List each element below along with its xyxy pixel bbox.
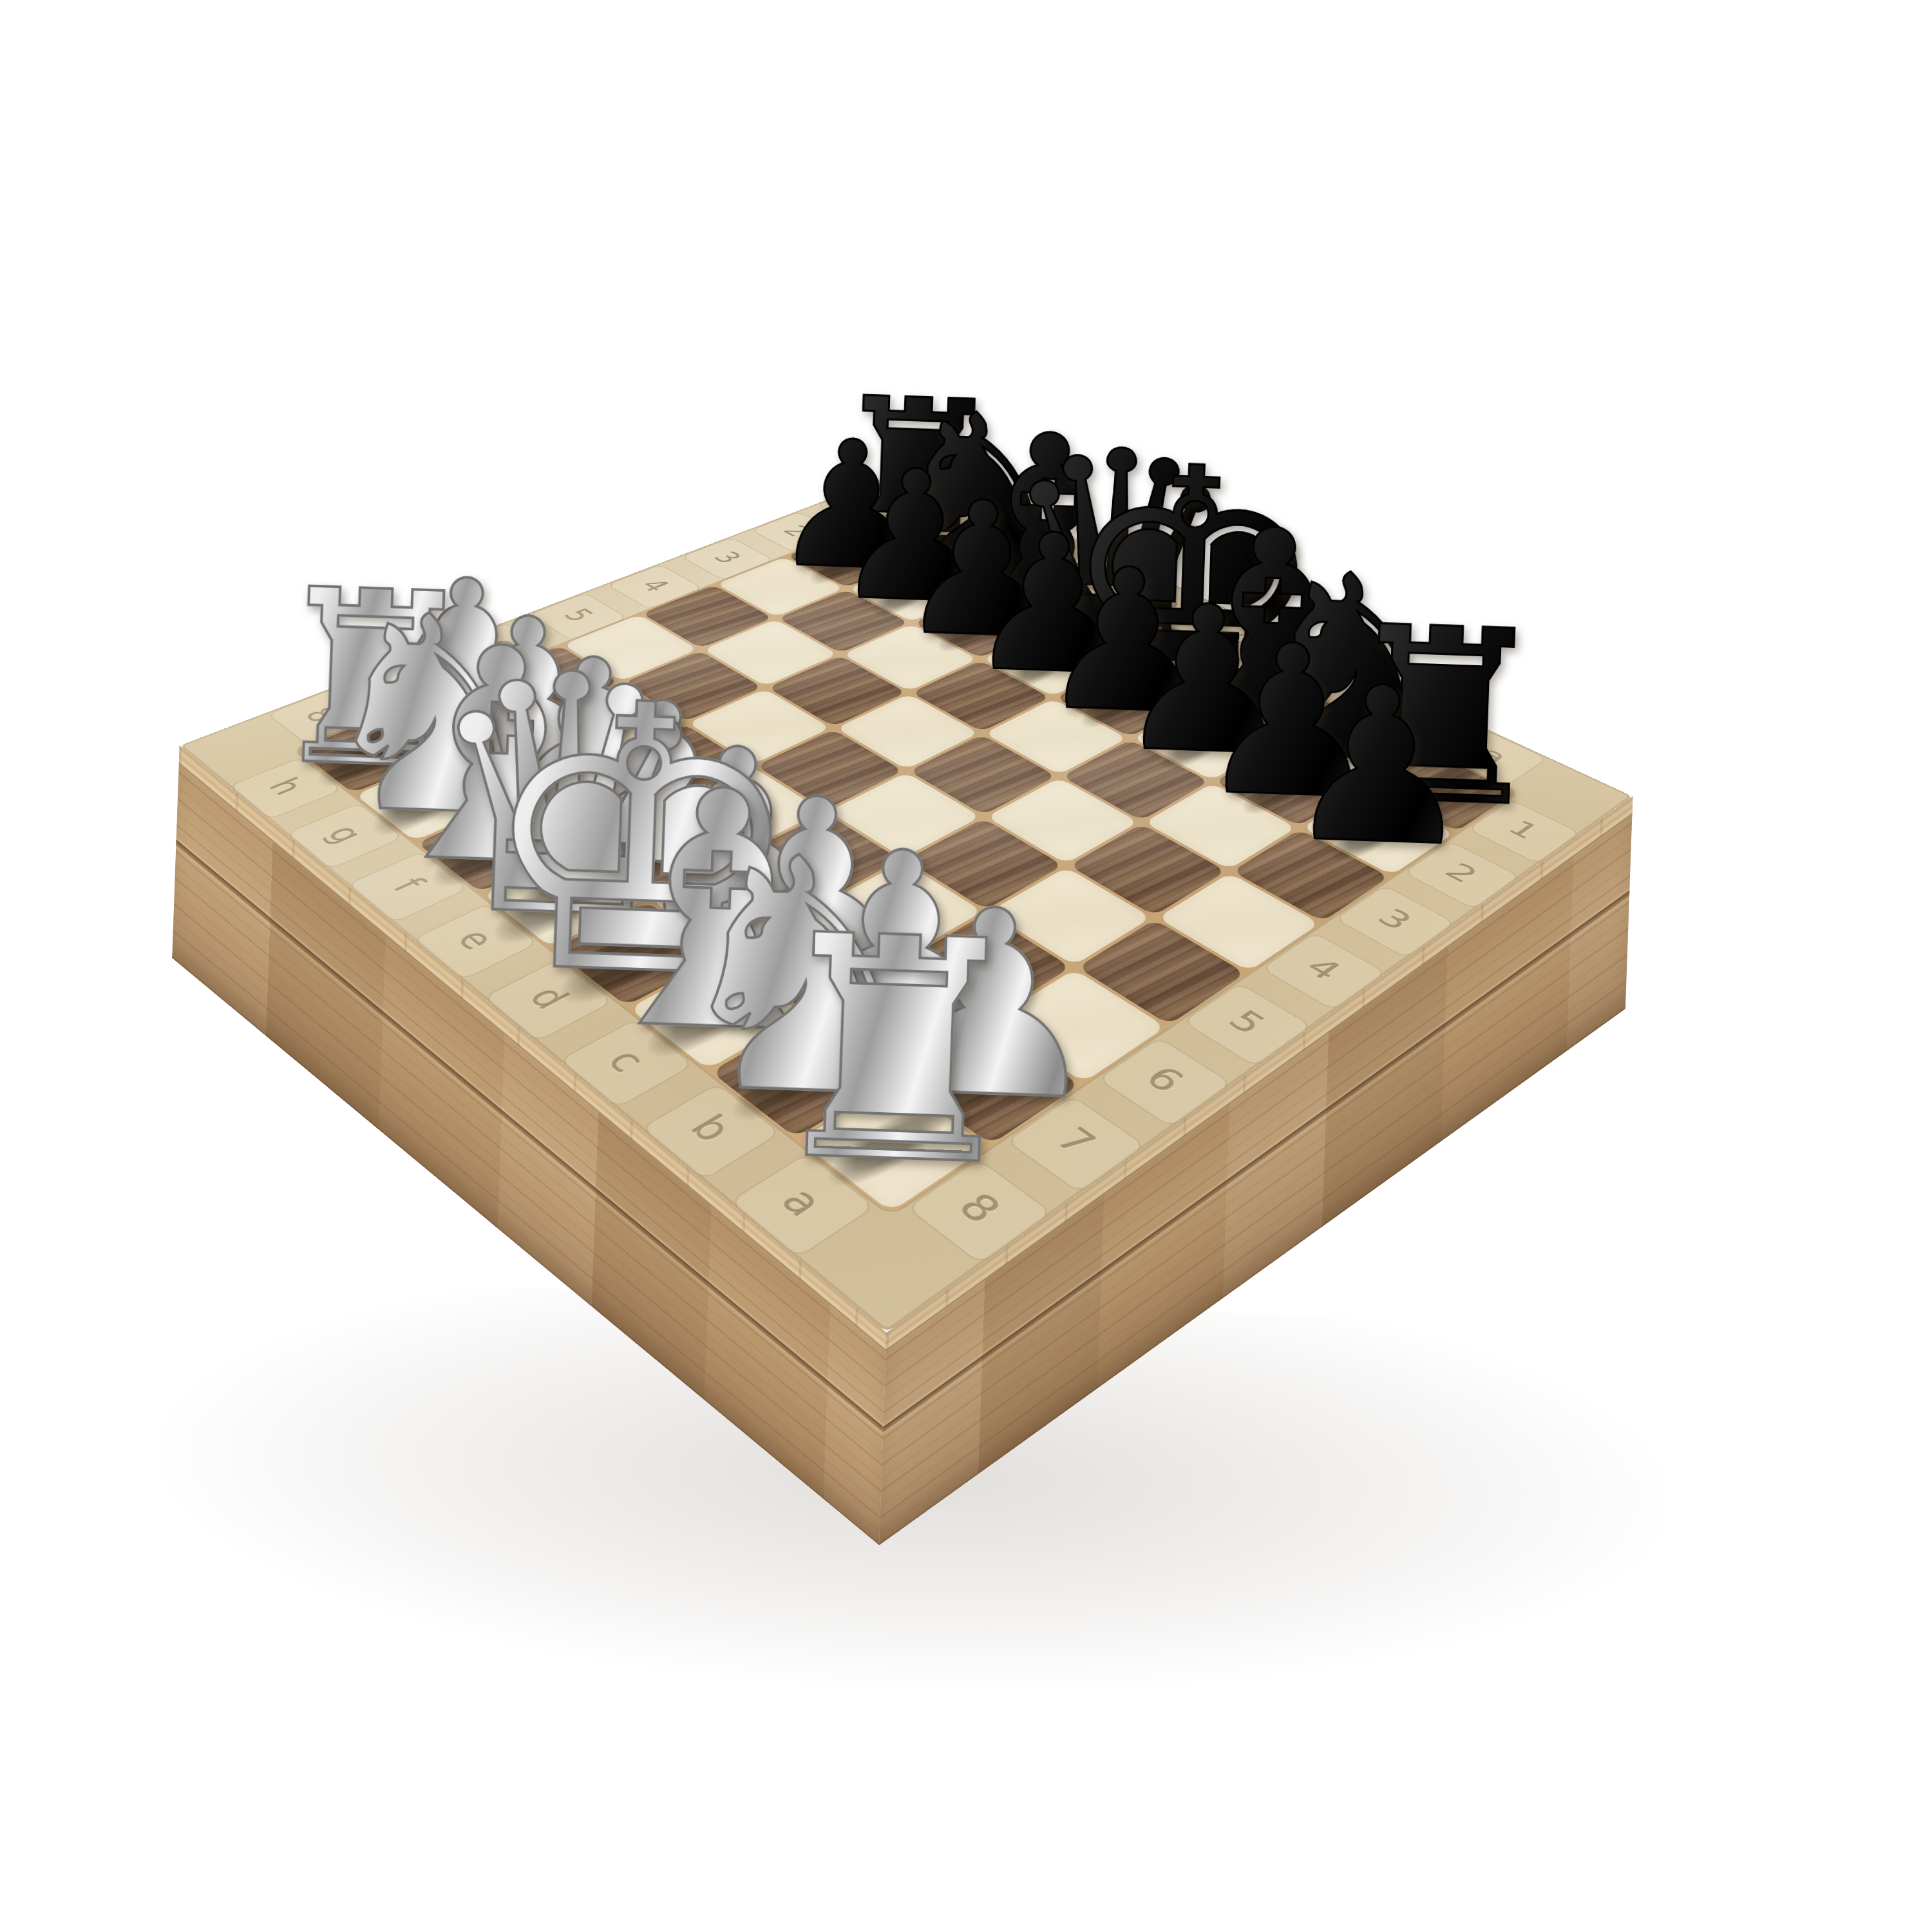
pieces-layer: ♜♞♟♝♟♛♟♚♟♝♟♞♟♟♜♟♟♜♟♟♞♟♝♟♛♟♚♟♝♟♞♜ — [0, 0, 1932, 1932]
piece-white-rook: ♜ — [753, 894, 1039, 1209]
piece-black-pawn: ♟ — [1281, 656, 1480, 877]
chess-set-scene: hhggffeeddccbbaa1122334455667788 ♜♞♟♝♟♛♟… — [0, 0, 1932, 1932]
